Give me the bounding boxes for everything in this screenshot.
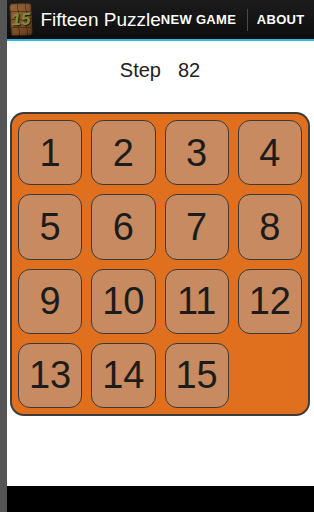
board: 123456789101112131415 (10, 112, 310, 416)
tile-2[interactable]: 2 (91, 120, 155, 185)
about-button[interactable]: ABOUT (257, 0, 305, 39)
tile-9[interactable]: 9 (18, 269, 82, 334)
tile-11[interactable]: 11 (165, 269, 229, 334)
app-title: Fifteen Puzzle (40, 9, 160, 31)
tile-14[interactable]: 14 (91, 343, 155, 408)
app-icon: 15 (9, 2, 33, 36)
app-bar: 15 Fifteen Puzzle NEW GAME ABOUT (7, 0, 314, 41)
tile-10[interactable]: 10 (91, 269, 155, 334)
tile-6[interactable]: 6 (91, 194, 155, 259)
empty-cell (238, 343, 302, 408)
action-divider (247, 9, 248, 31)
system-nav-bar (7, 486, 314, 512)
tile-13[interactable]: 13 (18, 343, 82, 408)
step-counter: Step82 (7, 59, 314, 81)
tile-3[interactable]: 3 (165, 120, 229, 185)
app-icon-label: 15 (11, 11, 31, 29)
tile-8[interactable]: 8 (238, 194, 302, 259)
tile-4[interactable]: 4 (238, 120, 302, 185)
screen: 15 Fifteen Puzzle NEW GAME ABOUT Step82 … (7, 0, 314, 512)
tile-15[interactable]: 15 (165, 343, 229, 408)
tile-5[interactable]: 5 (18, 194, 82, 259)
new-game-button[interactable]: NEW GAME (161, 0, 236, 39)
tile-12[interactable]: 12 (238, 269, 302, 334)
tile-1[interactable]: 1 (18, 120, 82, 185)
step-label: Step (120, 59, 161, 81)
tile-7[interactable]: 7 (165, 194, 229, 259)
step-value: 82 (178, 59, 200, 81)
